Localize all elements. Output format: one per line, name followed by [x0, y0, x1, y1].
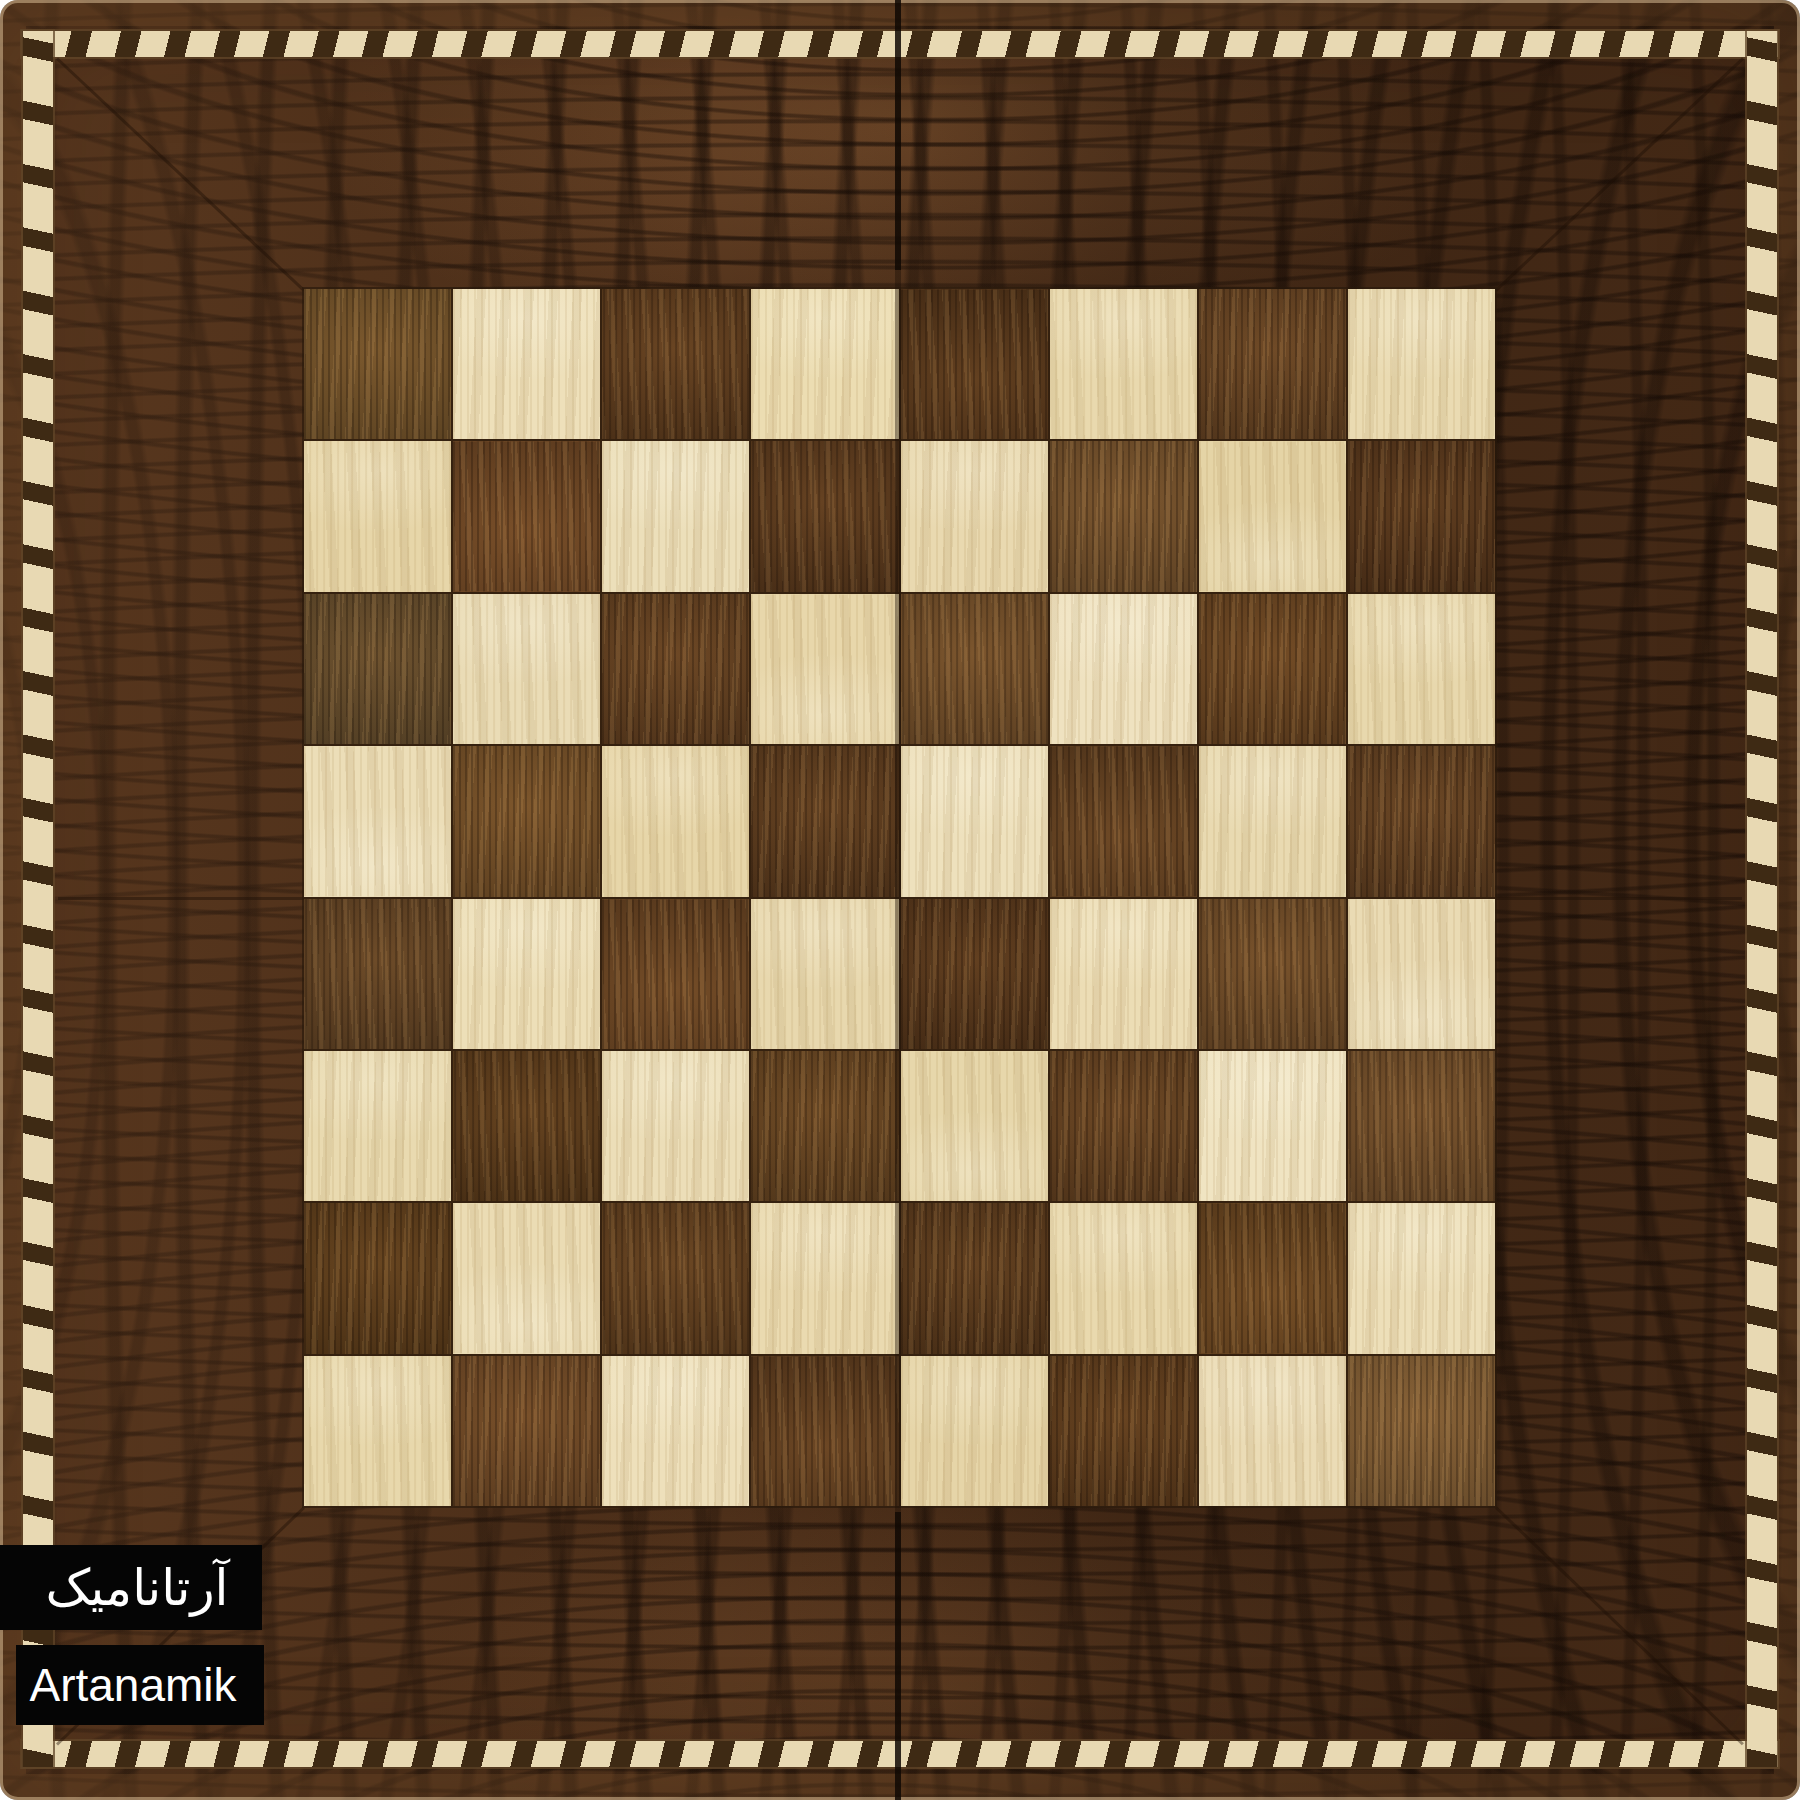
square-b6[interactable] — [453, 594, 600, 744]
square-d1[interactable] — [751, 1356, 898, 1506]
square-a7[interactable] — [304, 441, 451, 591]
brand-text-english: Artanamik — [29, 1658, 236, 1712]
square-b7[interactable] — [453, 441, 600, 591]
square-e8[interactable] — [901, 289, 1048, 439]
square-a5[interactable] — [304, 746, 451, 896]
square-g1[interactable] — [1199, 1356, 1346, 1506]
square-g5[interactable] — [1199, 746, 1346, 896]
frame-joint-left — [58, 897, 304, 900]
square-e3[interactable] — [901, 1051, 1048, 1201]
square-d7[interactable] — [751, 441, 898, 591]
square-b4[interactable] — [453, 899, 600, 1049]
square-h6[interactable] — [1348, 594, 1495, 744]
square-e5[interactable] — [901, 746, 1048, 896]
square-d6[interactable] — [751, 594, 898, 744]
square-c5[interactable] — [602, 746, 749, 896]
square-f4[interactable] — [1050, 899, 1197, 1049]
square-f1[interactable] — [1050, 1356, 1197, 1506]
square-c7[interactable] — [602, 441, 749, 591]
brand-label-persian: آرتانامیک — [0, 1545, 262, 1630]
square-g3[interactable] — [1199, 1051, 1346, 1201]
square-g8[interactable] — [1199, 289, 1346, 439]
square-d4[interactable] — [751, 899, 898, 1049]
square-b5[interactable] — [453, 746, 600, 896]
square-a4[interactable] — [304, 899, 451, 1049]
square-c1[interactable] — [602, 1356, 749, 1506]
square-h3[interactable] — [1348, 1051, 1495, 1201]
square-a3[interactable] — [304, 1051, 451, 1201]
square-h7[interactable] — [1348, 441, 1495, 591]
square-c6[interactable] — [602, 594, 749, 744]
square-b8[interactable] — [453, 289, 600, 439]
square-b1[interactable] — [453, 1356, 600, 1506]
square-d5[interactable] — [751, 746, 898, 896]
square-f2[interactable] — [1050, 1203, 1197, 1353]
square-f6[interactable] — [1050, 594, 1197, 744]
square-g7[interactable] — [1199, 441, 1346, 591]
square-c3[interactable] — [602, 1051, 749, 1201]
square-f5[interactable] — [1050, 746, 1197, 896]
marquetry-border-right — [1747, 31, 1777, 1767]
square-d2[interactable] — [751, 1203, 898, 1353]
square-h8[interactable] — [1348, 289, 1495, 439]
square-e2[interactable] — [901, 1203, 1048, 1353]
square-g4[interactable] — [1199, 899, 1346, 1049]
marquetry-border-left — [23, 31, 53, 1767]
square-h1[interactable] — [1348, 1356, 1495, 1506]
square-h2[interactable] — [1348, 1203, 1495, 1353]
square-h4[interactable] — [1348, 899, 1495, 1049]
square-a6[interactable] — [304, 594, 451, 744]
square-a1[interactable] — [304, 1356, 451, 1506]
square-a2[interactable] — [304, 1203, 451, 1353]
square-b3[interactable] — [453, 1051, 600, 1201]
chessboard-product-photo: آرتانامیک Artanamik — [0, 0, 1800, 1800]
square-c2[interactable] — [602, 1203, 749, 1353]
square-e6[interactable] — [901, 594, 1048, 744]
square-d3[interactable] — [751, 1051, 898, 1201]
square-e4[interactable] — [901, 899, 1048, 1049]
square-e1[interactable] — [901, 1356, 1048, 1506]
frame-joint-right — [1496, 897, 1742, 900]
square-f3[interactable] — [1050, 1051, 1197, 1201]
square-a8[interactable] — [304, 289, 451, 439]
fold-seam — [895, 0, 901, 1800]
square-f8[interactable] — [1050, 289, 1197, 439]
square-g2[interactable] — [1199, 1203, 1346, 1353]
square-b2[interactable] — [453, 1203, 600, 1353]
square-h5[interactable] — [1348, 746, 1495, 896]
square-e7[interactable] — [901, 441, 1048, 591]
square-d8[interactable] — [751, 289, 898, 439]
square-c4[interactable] — [602, 899, 749, 1049]
square-g6[interactable] — [1199, 594, 1346, 744]
brand-label-english: Artanamik — [16, 1645, 264, 1725]
square-f7[interactable] — [1050, 441, 1197, 591]
square-c8[interactable] — [602, 289, 749, 439]
brand-text-persian: آرتانامیک — [46, 1559, 229, 1617]
